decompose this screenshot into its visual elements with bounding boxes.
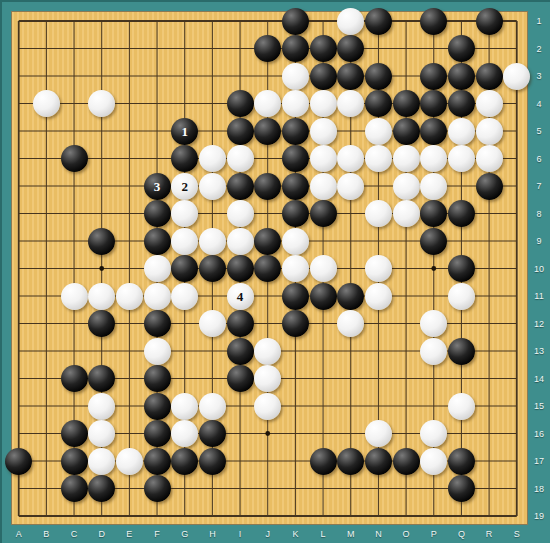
- white-stone[interactable]: [88, 393, 115, 420]
- black-stone[interactable]: 1: [171, 118, 198, 145]
- white-stone[interactable]: [310, 90, 337, 117]
- black-stone[interactable]: [199, 420, 226, 447]
- white-stone[interactable]: [254, 393, 281, 420]
- black-stone[interactable]: [144, 393, 171, 420]
- go-board-window: 1324 12345678910111213141516171819ABCDEF…: [0, 0, 550, 543]
- column-coordinate-label: S: [514, 530, 520, 539]
- white-stone[interactable]: [171, 393, 198, 420]
- black-stone[interactable]: [365, 90, 392, 117]
- white-stone[interactable]: [199, 393, 226, 420]
- black-stone[interactable]: [310, 448, 337, 475]
- white-stone[interactable]: [448, 145, 475, 172]
- black-stone[interactable]: [448, 35, 475, 62]
- black-stone[interactable]: [227, 118, 254, 145]
- column-coordinate-label: C: [71, 530, 78, 539]
- black-stone[interactable]: [88, 228, 115, 255]
- white-stone[interactable]: [476, 90, 503, 117]
- row-coordinate-label: 3: [536, 72, 541, 81]
- column-coordinate-label: K: [292, 530, 298, 539]
- black-stone[interactable]: [144, 448, 171, 475]
- white-stone[interactable]: [227, 228, 254, 255]
- column-coordinate-label: D: [98, 530, 105, 539]
- black-stone[interactable]: [310, 63, 337, 90]
- black-stone[interactable]: [282, 118, 309, 145]
- black-stone[interactable]: [448, 338, 475, 365]
- black-stone[interactable]: [144, 365, 171, 392]
- white-stone[interactable]: [420, 173, 447, 200]
- black-stone[interactable]: [337, 283, 364, 310]
- white-stone[interactable]: 4: [227, 283, 254, 310]
- black-stone[interactable]: [227, 255, 254, 282]
- black-stone[interactable]: [144, 200, 171, 227]
- black-stone[interactable]: [337, 448, 364, 475]
- row-coordinate-label: 13: [534, 347, 544, 356]
- white-stone[interactable]: [144, 255, 171, 282]
- black-stone[interactable]: [61, 365, 88, 392]
- black-stone[interactable]: [227, 338, 254, 365]
- white-stone[interactable]: [476, 118, 503, 145]
- white-stone[interactable]: [199, 310, 226, 337]
- white-stone[interactable]: [61, 283, 88, 310]
- column-coordinate-label: P: [431, 530, 437, 539]
- white-stone[interactable]: [365, 145, 392, 172]
- black-stone[interactable]: [448, 63, 475, 90]
- white-stone[interactable]: [88, 420, 115, 447]
- black-stone[interactable]: [448, 448, 475, 475]
- row-coordinate-label: 16: [534, 429, 544, 438]
- white-stone[interactable]: [365, 118, 392, 145]
- black-stone[interactable]: [448, 255, 475, 282]
- white-stone[interactable]: [199, 173, 226, 200]
- star-point: [99, 266, 104, 271]
- row-coordinate-label: 5: [536, 127, 541, 136]
- row-coordinate-label: 4: [536, 99, 541, 108]
- black-stone[interactable]: [171, 448, 198, 475]
- white-stone[interactable]: [227, 200, 254, 227]
- black-stone[interactable]: [61, 448, 88, 475]
- black-stone[interactable]: [476, 8, 503, 35]
- column-coordinate-label: B: [43, 530, 49, 539]
- white-stone[interactable]: [199, 145, 226, 172]
- white-stone[interactable]: [448, 393, 475, 420]
- white-stone[interactable]: [282, 63, 309, 90]
- black-stone[interactable]: [61, 475, 88, 502]
- white-stone[interactable]: [88, 448, 115, 475]
- white-stone[interactable]: [144, 283, 171, 310]
- move-number-label: 4: [237, 290, 244, 303]
- go-board[interactable]: 1324: [12, 12, 527, 524]
- white-stone[interactable]: [365, 283, 392, 310]
- white-stone[interactable]: [144, 338, 171, 365]
- black-stone[interactable]: [448, 475, 475, 502]
- white-stone[interactable]: [199, 228, 226, 255]
- row-coordinate-label: 2: [536, 44, 541, 53]
- white-stone[interactable]: 2: [171, 173, 198, 200]
- move-number-label: 1: [181, 125, 188, 138]
- white-stone[interactable]: [476, 145, 503, 172]
- black-stone[interactable]: [144, 475, 171, 502]
- row-coordinate-label: 18: [534, 484, 544, 493]
- white-stone[interactable]: [393, 145, 420, 172]
- column-coordinate-label: A: [16, 530, 22, 539]
- white-stone[interactable]: [33, 90, 60, 117]
- black-stone[interactable]: 3: [144, 173, 171, 200]
- black-stone[interactable]: [254, 228, 281, 255]
- white-stone[interactable]: [88, 283, 115, 310]
- black-stone[interactable]: [393, 90, 420, 117]
- black-stone[interactable]: [227, 173, 254, 200]
- white-stone[interactable]: [365, 255, 392, 282]
- black-stone[interactable]: [282, 283, 309, 310]
- white-stone[interactable]: [254, 338, 281, 365]
- black-stone[interactable]: [199, 255, 226, 282]
- black-stone[interactable]: [448, 200, 475, 227]
- column-coordinate-label: H: [209, 530, 216, 539]
- black-stone[interactable]: [365, 448, 392, 475]
- black-stone[interactable]: [61, 145, 88, 172]
- white-stone[interactable]: [420, 448, 447, 475]
- row-coordinate-label: 14: [534, 374, 544, 383]
- white-stone[interactable]: [503, 63, 530, 90]
- white-stone[interactable]: [420, 338, 447, 365]
- black-stone[interactable]: [144, 228, 171, 255]
- white-stone[interactable]: [282, 90, 309, 117]
- black-stone[interactable]: [88, 475, 115, 502]
- black-stone[interactable]: [5, 448, 32, 475]
- black-stone[interactable]: [282, 145, 309, 172]
- row-coordinate-label: 15: [534, 402, 544, 411]
- white-stone[interactable]: [448, 283, 475, 310]
- black-stone[interactable]: [365, 63, 392, 90]
- column-coordinate-label: I: [239, 530, 242, 539]
- column-coordinate-label: J: [265, 530, 270, 539]
- row-coordinate-label: 1: [536, 17, 541, 26]
- column-coordinate-label: O: [403, 530, 410, 539]
- black-stone[interactable]: [365, 8, 392, 35]
- black-stone[interactable]: [282, 8, 309, 35]
- black-stone[interactable]: [420, 228, 447, 255]
- black-stone[interactable]: [420, 63, 447, 90]
- white-stone[interactable]: [393, 200, 420, 227]
- white-stone[interactable]: [282, 228, 309, 255]
- row-coordinate-label: 8: [536, 209, 541, 218]
- black-stone[interactable]: [254, 118, 281, 145]
- black-stone[interactable]: [282, 310, 309, 337]
- black-stone[interactable]: [199, 448, 226, 475]
- column-coordinate-label: N: [375, 530, 382, 539]
- row-coordinate-label: 7: [536, 182, 541, 191]
- white-stone[interactable]: [88, 90, 115, 117]
- column-coordinate-label: M: [347, 530, 355, 539]
- column-coordinate-label: L: [321, 530, 326, 539]
- black-stone[interactable]: [310, 200, 337, 227]
- row-coordinate-label: 9: [536, 237, 541, 246]
- black-stone[interactable]: [144, 310, 171, 337]
- row-coordinate-label: 17: [534, 457, 544, 466]
- black-stone[interactable]: [88, 365, 115, 392]
- row-coordinate-label: 19: [534, 512, 544, 521]
- black-stone[interactable]: [420, 118, 447, 145]
- black-stone[interactable]: [393, 448, 420, 475]
- column-coordinate-label: F: [154, 530, 160, 539]
- white-stone[interactable]: [365, 420, 392, 447]
- white-stone[interactable]: [448, 118, 475, 145]
- row-coordinate-label: 6: [536, 154, 541, 163]
- black-stone[interactable]: [254, 173, 281, 200]
- white-stone[interactable]: [282, 255, 309, 282]
- black-stone[interactable]: [310, 283, 337, 310]
- white-stone[interactable]: [171, 283, 198, 310]
- white-stone[interactable]: [337, 8, 364, 35]
- black-stone[interactable]: [88, 310, 115, 337]
- move-number-label: 2: [181, 180, 188, 193]
- black-stone[interactable]: [282, 173, 309, 200]
- white-stone[interactable]: [116, 283, 143, 310]
- white-stone[interactable]: [365, 200, 392, 227]
- black-stone[interactable]: [61, 420, 88, 447]
- column-coordinate-label: E: [126, 530, 132, 539]
- black-stone[interactable]: [227, 90, 254, 117]
- star-point: [431, 266, 436, 271]
- black-stone[interactable]: [227, 310, 254, 337]
- row-coordinate-label: 12: [534, 319, 544, 328]
- column-coordinate-label: G: [181, 530, 188, 539]
- black-stone[interactable]: [282, 200, 309, 227]
- white-stone[interactable]: [227, 145, 254, 172]
- white-stone[interactable]: [310, 145, 337, 172]
- black-stone[interactable]: [282, 35, 309, 62]
- white-stone[interactable]: [393, 173, 420, 200]
- white-stone[interactable]: [171, 228, 198, 255]
- column-coordinate-label: Q: [458, 530, 465, 539]
- white-stone[interactable]: [310, 255, 337, 282]
- row-coordinate-label: 11: [534, 292, 543, 301]
- black-stone[interactable]: [337, 63, 364, 90]
- black-stone[interactable]: [476, 63, 503, 90]
- black-stone[interactable]: [448, 90, 475, 117]
- black-stone[interactable]: [144, 420, 171, 447]
- row-coordinate-label: 10: [534, 264, 544, 273]
- black-stone[interactable]: [227, 365, 254, 392]
- white-stone[interactable]: [310, 173, 337, 200]
- column-coordinate-label: R: [486, 530, 493, 539]
- black-stone[interactable]: [310, 35, 337, 62]
- star-point: [265, 431, 270, 436]
- black-stone[interactable]: [393, 118, 420, 145]
- black-stone[interactable]: [476, 173, 503, 200]
- black-stone[interactable]: [420, 8, 447, 35]
- move-number-label: 3: [154, 180, 161, 193]
- white-stone[interactable]: [310, 118, 337, 145]
- white-stone[interactable]: [116, 448, 143, 475]
- white-stone[interactable]: [337, 173, 364, 200]
